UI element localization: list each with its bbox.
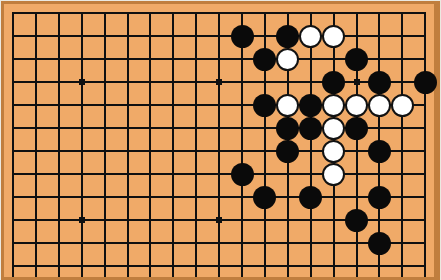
star-point-4-10 bbox=[79, 217, 85, 223]
black-stone-14-6 bbox=[299, 117, 322, 140]
grid-line-vertical-3 bbox=[58, 12, 60, 277]
grid-line-vertical-6 bbox=[127, 12, 129, 277]
black-stone-17-4 bbox=[368, 71, 391, 94]
grid-line-vertical-5 bbox=[104, 12, 106, 277]
go-diagram bbox=[0, 0, 441, 280]
black-stone-19-4 bbox=[414, 71, 437, 94]
frame-left bbox=[1, 1, 4, 280]
black-stone-12-5 bbox=[253, 94, 276, 117]
white-stone-17-5 bbox=[368, 94, 391, 117]
frame-right bbox=[434, 1, 440, 280]
star-point-10-10 bbox=[216, 217, 222, 223]
black-stone-11-8 bbox=[231, 163, 254, 186]
grid-line-vertical-14 bbox=[310, 12, 312, 277]
black-stone-14-5 bbox=[299, 94, 322, 117]
black-stone-17-9 bbox=[368, 186, 391, 209]
black-stone-16-10 bbox=[345, 209, 368, 232]
black-stone-17-7 bbox=[368, 140, 391, 163]
white-stone-15-8 bbox=[322, 163, 345, 186]
grid-line-horizontal-9 bbox=[12, 196, 426, 198]
white-stone-18-5 bbox=[391, 94, 414, 117]
white-stone-15-6 bbox=[322, 117, 345, 140]
grid-line-vertical-11 bbox=[241, 12, 243, 277]
grid-line-vertical-7 bbox=[149, 12, 151, 277]
grid-line-horizontal-1 bbox=[12, 12, 426, 14]
go-board bbox=[0, 0, 441, 280]
black-stone-11-2 bbox=[231, 25, 254, 48]
grid-line-vertical-18 bbox=[401, 12, 403, 277]
white-stone-14-2 bbox=[299, 25, 322, 48]
black-stone-12-9 bbox=[253, 186, 276, 209]
grid-line-vertical-4 bbox=[81, 12, 83, 277]
black-stone-16-6 bbox=[345, 117, 368, 140]
grid-line-horizontal-2 bbox=[12, 35, 426, 37]
white-stone-15-7 bbox=[322, 140, 345, 163]
grid-line-vertical-19 bbox=[424, 12, 426, 277]
star-point-16-4 bbox=[354, 79, 360, 85]
grid-line-horizontal-11 bbox=[12, 242, 426, 244]
star-point-4-4 bbox=[79, 79, 85, 85]
grid-line-horizontal-8 bbox=[12, 173, 426, 175]
grid-line-vertical-8 bbox=[172, 12, 174, 277]
black-stone-15-4 bbox=[322, 71, 345, 94]
grid-line-horizontal-12 bbox=[12, 265, 426, 267]
grid-line-vertical-1 bbox=[12, 12, 14, 277]
grid-line-vertical-9 bbox=[195, 12, 197, 277]
star-point-10-4 bbox=[216, 79, 222, 85]
grid-line-vertical-2 bbox=[35, 12, 37, 277]
grid-line-horizontal-7 bbox=[12, 150, 426, 152]
black-stone-14-9 bbox=[299, 186, 322, 209]
black-stone-13-2 bbox=[276, 25, 299, 48]
frame-top bbox=[1, 1, 440, 4]
white-stone-16-5 bbox=[345, 94, 368, 117]
black-stone-13-7 bbox=[276, 140, 299, 163]
white-stone-15-5 bbox=[322, 94, 345, 117]
black-stone-13-6 bbox=[276, 117, 299, 140]
white-stone-15-2 bbox=[322, 25, 345, 48]
white-stone-13-3 bbox=[276, 48, 299, 71]
black-stone-12-3 bbox=[253, 48, 276, 71]
grid-line-vertical-10 bbox=[218, 12, 220, 277]
white-stone-13-5 bbox=[276, 94, 299, 117]
black-stone-17-11 bbox=[368, 232, 391, 255]
black-stone-16-3 bbox=[345, 48, 368, 71]
